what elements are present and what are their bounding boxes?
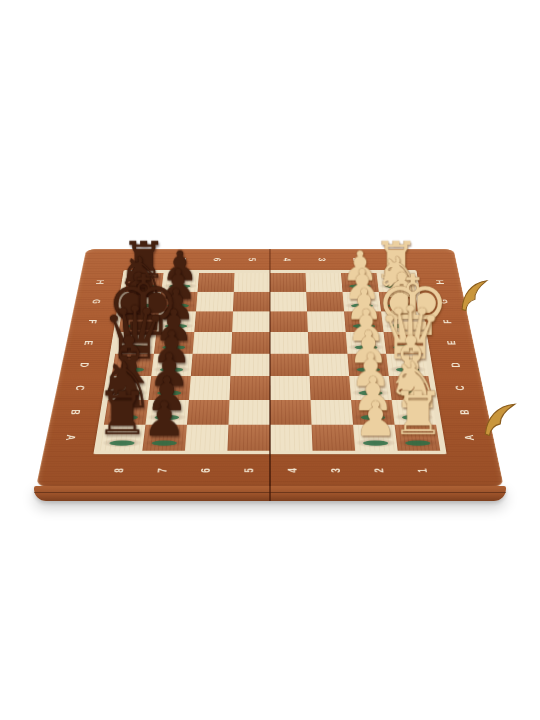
board-side-edge — [34, 486, 506, 501]
square-f2[interactable] — [344, 311, 383, 332]
square-g6[interactable] — [196, 292, 234, 312]
square-h4[interactable] — [270, 273, 306, 292]
square-g7[interactable] — [159, 292, 198, 312]
playing-field — [93, 270, 446, 454]
square-h7[interactable] — [161, 273, 199, 292]
square-d7[interactable] — [151, 354, 192, 377]
square-d8[interactable] — [112, 354, 154, 377]
square-b1[interactable] — [392, 400, 436, 425]
square-c2[interactable] — [349, 376, 391, 400]
square-g4[interactable] — [270, 292, 307, 312]
square-a4[interactable] — [270, 425, 313, 451]
square-h2[interactable] — [341, 273, 379, 292]
square-f4[interactable] — [270, 311, 308, 332]
square-a1[interactable] — [395, 425, 441, 451]
square-a6[interactable] — [185, 425, 229, 451]
square-h8[interactable] — [125, 273, 163, 292]
square-e4[interactable] — [270, 332, 309, 354]
square-c7[interactable] — [148, 376, 190, 400]
square-e6[interactable] — [193, 332, 233, 354]
square-e2[interactable] — [346, 332, 386, 354]
square-h6[interactable] — [198, 273, 235, 292]
square-g8[interactable] — [122, 292, 161, 312]
square-c6[interactable] — [189, 376, 230, 400]
square-b2[interactable] — [351, 400, 394, 425]
square-e7[interactable] — [154, 332, 194, 354]
square-f8[interactable] — [119, 311, 159, 332]
square-a8[interactable] — [100, 425, 146, 451]
square-b7[interactable] — [145, 400, 188, 425]
square-d5[interactable] — [230, 354, 270, 377]
square-g1[interactable] — [379, 292, 418, 312]
square-h3[interactable] — [305, 273, 342, 292]
square-c5[interactable] — [229, 376, 270, 400]
square-b4[interactable] — [270, 400, 312, 425]
square-e8[interactable] — [115, 332, 156, 354]
square-c8[interactable] — [108, 376, 151, 400]
square-c3[interactable] — [310, 376, 351, 400]
square-b5[interactable] — [228, 400, 270, 425]
square-e3[interactable] — [308, 332, 348, 354]
square-f6[interactable] — [194, 311, 233, 332]
square-c1[interactable] — [389, 376, 432, 400]
square-c4[interactable] — [270, 376, 311, 400]
square-h1[interactable] — [376, 273, 414, 292]
square-e5[interactable] — [231, 332, 270, 354]
squares-grid — [100, 273, 440, 451]
square-f5[interactable] — [232, 311, 270, 332]
square-a2[interactable] — [353, 425, 398, 451]
square-a5[interactable] — [227, 425, 270, 451]
chess-set-photo: 87654321 87654321 HGFEDCBA HGFEDCBA ♜♟♟♜… — [0, 0, 540, 720]
square-d2[interactable] — [347, 354, 388, 377]
fold-hinge-seam-side — [269, 486, 271, 501]
square-g2[interactable] — [342, 292, 381, 312]
square-g3[interactable] — [306, 292, 344, 312]
board-perspective-wrapper: 87654321 87654321 HGFEDCBA HGFEDCBA ♜♟♟♜… — [0, 0, 540, 720]
square-a3[interactable] — [312, 425, 356, 451]
chess-board[interactable]: 87654321 87654321 HGFEDCBA HGFEDCBA ♜♟♟♜… — [36, 249, 504, 487]
square-d4[interactable] — [270, 354, 310, 377]
square-f7[interactable] — [156, 311, 195, 332]
square-b8[interactable] — [104, 400, 148, 425]
square-h5[interactable] — [234, 273, 270, 292]
square-b3[interactable] — [311, 400, 354, 425]
square-d1[interactable] — [386, 354, 428, 377]
square-e1[interactable] — [384, 332, 425, 354]
square-b6[interactable] — [187, 400, 230, 425]
square-a7[interactable] — [142, 425, 187, 451]
square-d6[interactable] — [191, 354, 231, 377]
square-f3[interactable] — [307, 311, 346, 332]
square-d3[interactable] — [309, 354, 349, 377]
square-g5[interactable] — [233, 292, 270, 312]
square-f1[interactable] — [381, 311, 421, 332]
